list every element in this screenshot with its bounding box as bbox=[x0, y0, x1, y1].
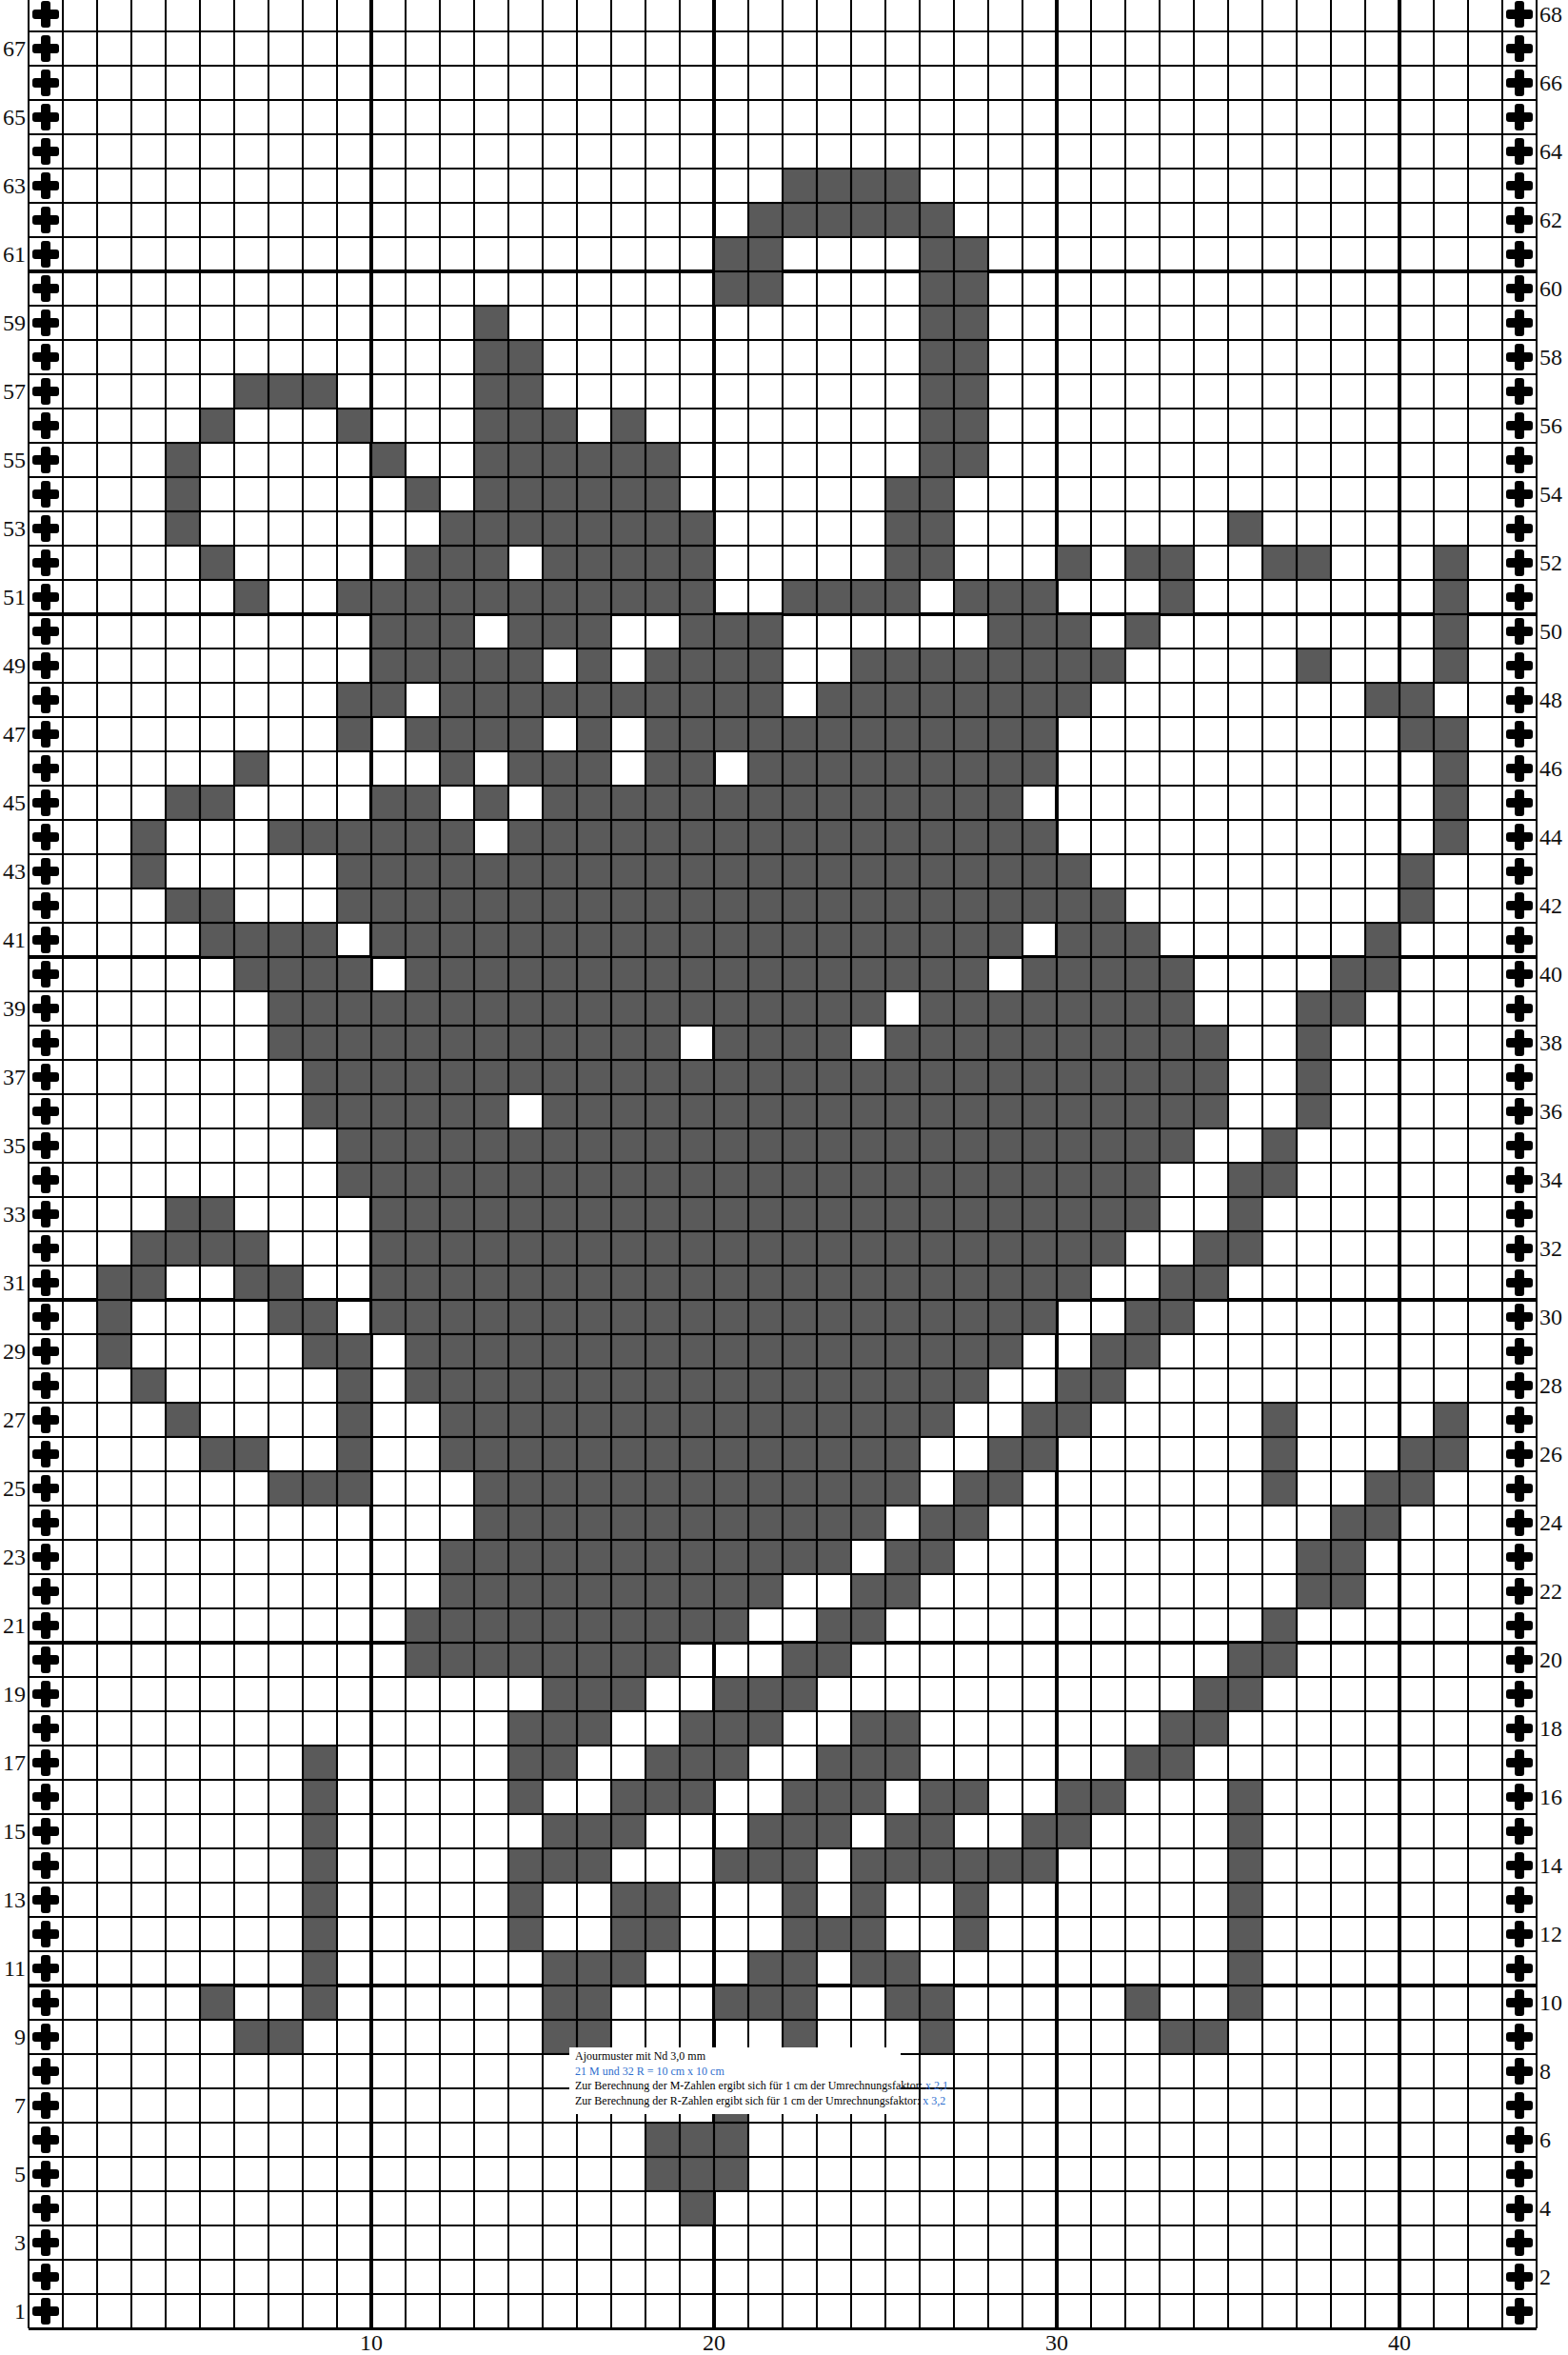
filled-stitch-cell bbox=[1126, 1129, 1159, 1162]
filled-stitch-cell bbox=[509, 1301, 542, 1333]
filled-stitch-cell bbox=[681, 718, 713, 750]
filled-stitch-cell bbox=[578, 512, 610, 545]
filled-stitch-cell bbox=[852, 581, 884, 613]
selvedge-plus-icon bbox=[29, 649, 63, 683]
row-number-left: 37 bbox=[0, 1065, 26, 1089]
filled-stitch-cell bbox=[372, 992, 405, 1025]
selvedge-plus-icon bbox=[29, 1677, 63, 1711]
selvedge-plus-icon bbox=[1502, 1677, 1537, 1711]
filled-stitch-cell bbox=[1023, 889, 1056, 922]
grid-line-h bbox=[29, 442, 1537, 444]
selvedge-plus-icon bbox=[29, 786, 63, 820]
filled-stitch-cell bbox=[441, 1438, 473, 1470]
filled-stitch-cell bbox=[441, 684, 473, 716]
filled-stitch-cell bbox=[886, 958, 919, 990]
filled-stitch-cell bbox=[304, 1301, 336, 1333]
row-number-right: 40 bbox=[1539, 962, 1568, 987]
filled-stitch-cell bbox=[749, 1369, 782, 1402]
filled-stitch-cell bbox=[681, 581, 713, 613]
filled-stitch-cell bbox=[921, 272, 953, 305]
filled-stitch-cell bbox=[749, 1267, 782, 1299]
row-number-right: 32 bbox=[1539, 1236, 1568, 1261]
filled-stitch-cell bbox=[749, 1301, 782, 1333]
selvedge-plus-icon bbox=[1502, 134, 1537, 169]
selvedge-plus-icon bbox=[29, 1711, 63, 1746]
filled-stitch-cell bbox=[167, 512, 199, 545]
selvedge-plus-icon bbox=[29, 751, 63, 786]
filled-stitch-cell bbox=[372, 1232, 405, 1265]
filled-stitch-cell bbox=[167, 478, 199, 510]
filled-stitch-cell bbox=[269, 821, 302, 853]
filled-stitch-cell bbox=[681, 2158, 713, 2190]
filled-stitch-cell bbox=[407, 924, 439, 956]
selvedge-plus-icon bbox=[1502, 169, 1537, 203]
filled-stitch-cell bbox=[852, 787, 884, 819]
filled-stitch-cell bbox=[784, 1541, 816, 1573]
filled-stitch-cell bbox=[167, 787, 199, 819]
selvedge-plus-icon bbox=[1502, 1951, 1537, 1986]
filled-stitch-cell bbox=[646, 718, 679, 750]
filled-stitch-cell bbox=[1092, 958, 1124, 990]
selvedge-plus-icon bbox=[29, 820, 63, 854]
filled-stitch-cell bbox=[509, 478, 542, 510]
filled-stitch-cell bbox=[578, 1849, 610, 1882]
filled-stitch-cell bbox=[1400, 1438, 1433, 1470]
filled-stitch-cell bbox=[886, 1369, 919, 1402]
filled-stitch-cell bbox=[818, 1507, 850, 1539]
filled-stitch-cell bbox=[989, 1198, 1022, 1230]
filled-stitch-cell bbox=[921, 1095, 953, 1128]
filled-stitch-cell bbox=[441, 1335, 473, 1367]
filled-stitch-cell bbox=[749, 1712, 782, 1745]
filled-stitch-cell bbox=[578, 581, 610, 613]
filled-stitch-cell bbox=[681, 1712, 713, 1745]
filled-stitch-cell bbox=[1023, 958, 1056, 990]
filled-stitch-cell bbox=[612, 924, 645, 956]
filled-stitch-cell bbox=[886, 1815, 919, 1847]
filled-stitch-cell bbox=[681, 684, 713, 716]
grid-line-v bbox=[233, 0, 235, 2328]
grid-line-h bbox=[29, 476, 1537, 478]
filled-stitch-cell bbox=[1126, 992, 1159, 1025]
filled-stitch-cell bbox=[955, 341, 987, 373]
filled-stitch-cell bbox=[544, 1507, 576, 1539]
filled-stitch-cell bbox=[886, 684, 919, 716]
row-number-left: 7 bbox=[0, 2093, 26, 2118]
grid-line-h bbox=[29, 785, 1537, 787]
filled-stitch-cell bbox=[235, 581, 268, 613]
filled-stitch-cell bbox=[646, 1335, 679, 1367]
filled-stitch-cell bbox=[646, 1027, 679, 1059]
grid-line-h bbox=[29, 2122, 1537, 2124]
filled-stitch-cell bbox=[715, 1986, 747, 2019]
filled-stitch-cell bbox=[475, 444, 507, 476]
filled-stitch-cell bbox=[989, 1301, 1022, 1333]
filled-stitch-cell bbox=[1058, 924, 1090, 956]
row-number-right: 42 bbox=[1539, 893, 1568, 918]
filled-stitch-cell bbox=[715, 1575, 747, 1607]
filled-stitch-cell bbox=[1058, 855, 1090, 888]
selvedge-plus-icon bbox=[1502, 854, 1537, 888]
selvedge-plus-icon bbox=[29, 1574, 63, 1608]
filled-stitch-cell bbox=[544, 444, 576, 476]
filled-stitch-cell bbox=[612, 1644, 645, 1676]
row-number-right: 28 bbox=[1539, 1373, 1568, 1398]
filled-stitch-cell bbox=[784, 1815, 816, 1847]
filled-stitch-cell bbox=[1058, 615, 1090, 648]
filled-stitch-cell bbox=[681, 1164, 713, 1196]
filled-stitch-cell bbox=[475, 1198, 507, 1230]
row-number-right: 4 bbox=[1539, 2196, 1568, 2221]
filled-stitch-cell bbox=[989, 615, 1022, 648]
filled-stitch-cell bbox=[921, 1986, 953, 2019]
filled-stitch-cell bbox=[509, 1027, 542, 1059]
filled-stitch-cell bbox=[681, 649, 713, 682]
filled-stitch-cell bbox=[475, 1164, 507, 1196]
filled-stitch-cell bbox=[407, 1301, 439, 1333]
row-number-right: 10 bbox=[1539, 1990, 1568, 2015]
selvedge-plus-icon bbox=[1502, 786, 1537, 820]
filled-stitch-cell bbox=[784, 1849, 816, 1882]
selvedge-plus-icon bbox=[1502, 717, 1537, 751]
filled-stitch-cell bbox=[441, 1267, 473, 1299]
filled-stitch-cell bbox=[1092, 1198, 1124, 1230]
filled-stitch-cell bbox=[407, 718, 439, 750]
filled-stitch-cell bbox=[407, 1061, 439, 1093]
filled-stitch-cell bbox=[1229, 1678, 1261, 1710]
filled-stitch-cell bbox=[818, 1027, 850, 1059]
filled-stitch-cell bbox=[784, 787, 816, 819]
filled-stitch-cell bbox=[818, 1129, 850, 1162]
filled-stitch-cell bbox=[1298, 649, 1330, 682]
row-number-right: 52 bbox=[1539, 550, 1568, 575]
grid-line-h bbox=[29, 408, 1537, 409]
filled-stitch-cell bbox=[646, 1164, 679, 1196]
filled-stitch-cell bbox=[201, 1232, 233, 1265]
filled-stitch-cell bbox=[955, 1918, 987, 1950]
filled-stitch-cell bbox=[304, 1781, 336, 1813]
grid-line-h bbox=[29, 2225, 1537, 2226]
filled-stitch-cell bbox=[475, 1232, 507, 1265]
filled-stitch-cell bbox=[509, 512, 542, 545]
filled-stitch-cell bbox=[818, 1541, 850, 1573]
filled-stitch-cell bbox=[1298, 547, 1330, 579]
filled-stitch-cell bbox=[612, 1952, 645, 1985]
filled-stitch-cell bbox=[612, 547, 645, 579]
filled-stitch-cell bbox=[509, 409, 542, 442]
filled-stitch-cell bbox=[509, 1129, 542, 1162]
filled-stitch-cell bbox=[578, 1575, 610, 1607]
filled-stitch-cell bbox=[509, 1335, 542, 1367]
grid-line-h bbox=[29, 168, 1537, 170]
selvedge-plus-icon bbox=[1502, 237, 1537, 271]
grid-line-h bbox=[29, 1916, 1537, 1918]
selvedge-plus-icon bbox=[29, 614, 63, 649]
filled-stitch-cell bbox=[886, 1986, 919, 2019]
filled-stitch-cell bbox=[1092, 1335, 1124, 1367]
filled-stitch-cell bbox=[955, 1369, 987, 1402]
filled-stitch-cell bbox=[1263, 1404, 1296, 1436]
filled-stitch-cell bbox=[544, 1952, 576, 1985]
filled-stitch-cell bbox=[715, 1712, 747, 1745]
filled-stitch-cell bbox=[784, 1232, 816, 1265]
row-number-left: 49 bbox=[0, 653, 26, 678]
filled-stitch-cell bbox=[818, 787, 850, 819]
selvedge-plus-icon bbox=[29, 66, 63, 100]
filled-stitch-cell bbox=[475, 924, 507, 956]
filled-stitch-cell bbox=[784, 1781, 816, 1813]
filled-stitch-cell bbox=[1435, 1438, 1467, 1470]
filled-stitch-cell bbox=[715, 924, 747, 956]
filled-stitch-cell bbox=[784, 1129, 816, 1162]
filled-stitch-cell bbox=[921, 787, 953, 819]
selvedge-plus-icon bbox=[1502, 1094, 1537, 1128]
filled-stitch-cell bbox=[475, 855, 507, 888]
filled-stitch-cell bbox=[544, 1986, 576, 2019]
filled-stitch-cell bbox=[612, 581, 645, 613]
filled-stitch-cell bbox=[681, 2124, 713, 2156]
filled-stitch-cell bbox=[441, 1198, 473, 1230]
selvedge-plus-icon bbox=[29, 0, 63, 31]
filled-stitch-cell bbox=[1058, 1232, 1090, 1265]
filled-stitch-cell bbox=[1023, 1815, 1056, 1847]
filled-stitch-cell bbox=[544, 547, 576, 579]
selvedge-plus-icon bbox=[1502, 374, 1537, 409]
filled-stitch-cell bbox=[1229, 1952, 1261, 1985]
filled-stitch-cell bbox=[475, 992, 507, 1025]
filled-stitch-cell bbox=[372, 1301, 405, 1333]
filled-stitch-cell bbox=[509, 1061, 542, 1093]
selvedge-plus-icon bbox=[1502, 1540, 1537, 1574]
filled-stitch-cell bbox=[269, 2021, 302, 2053]
filled-stitch-cell bbox=[578, 992, 610, 1025]
filled-stitch-cell bbox=[646, 649, 679, 682]
selvedge-plus-icon bbox=[29, 2225, 63, 2260]
filled-stitch-cell bbox=[784, 1095, 816, 1128]
thick-grid-line-h bbox=[29, 1984, 1537, 1987]
selvedge-plus-icon bbox=[29, 717, 63, 751]
grid-line-v bbox=[1159, 0, 1161, 2328]
filled-stitch-cell bbox=[612, 1061, 645, 1093]
selvedge-plus-icon bbox=[29, 888, 63, 923]
filled-stitch-cell bbox=[544, 1575, 576, 1607]
filled-stitch-cell bbox=[818, 1815, 850, 1847]
filled-stitch-cell bbox=[1400, 889, 1433, 922]
row-number-left: 33 bbox=[0, 1202, 26, 1227]
filled-stitch-cell bbox=[955, 649, 987, 682]
row-number-right: 22 bbox=[1539, 1579, 1568, 1604]
filled-stitch-cell bbox=[98, 1301, 130, 1333]
selvedge-plus-icon bbox=[1502, 1128, 1537, 1163]
filled-stitch-cell bbox=[681, 958, 713, 990]
filled-stitch-cell bbox=[475, 1335, 507, 1367]
filled-stitch-cell bbox=[955, 1884, 987, 1916]
filled-stitch-cell bbox=[509, 924, 542, 956]
filled-stitch-cell bbox=[509, 1541, 542, 1573]
filled-stitch-cell bbox=[852, 1335, 884, 1367]
selvedge-plus-icon bbox=[29, 1951, 63, 1986]
filled-stitch-cell bbox=[304, 992, 336, 1025]
filled-stitch-cell bbox=[235, 1267, 268, 1299]
filled-stitch-cell bbox=[646, 1404, 679, 1436]
filled-stitch-cell bbox=[509, 1472, 542, 1505]
filled-stitch-cell bbox=[201, 409, 233, 442]
selvedge-plus-icon bbox=[29, 443, 63, 477]
filled-stitch-cell bbox=[304, 1884, 336, 1916]
filled-stitch-cell bbox=[475, 1369, 507, 1402]
filled-stitch-cell bbox=[612, 1541, 645, 1573]
filled-stitch-cell bbox=[715, 1061, 747, 1093]
filled-stitch-cell bbox=[441, 1027, 473, 1059]
filled-stitch-cell bbox=[921, 512, 953, 545]
filled-stitch-cell bbox=[921, 1301, 953, 1333]
filled-stitch-cell bbox=[269, 1267, 302, 1299]
selvedge-plus-icon bbox=[1502, 1300, 1537, 1334]
selvedge-plus-icon bbox=[1502, 511, 1537, 546]
selvedge-plus-icon bbox=[29, 1163, 63, 1197]
filled-stitch-cell bbox=[749, 684, 782, 716]
filled-stitch-cell bbox=[646, 1609, 679, 1642]
filled-stitch-cell bbox=[1161, 1712, 1193, 1745]
filled-stitch-cell bbox=[921, 821, 953, 853]
filled-stitch-cell bbox=[578, 1438, 610, 1470]
filled-stitch-cell bbox=[1366, 1472, 1399, 1505]
filled-stitch-cell bbox=[749, 1404, 782, 1436]
filled-stitch-cell bbox=[955, 1198, 987, 1230]
filled-stitch-cell bbox=[407, 1369, 439, 1402]
filled-stitch-cell bbox=[407, 1129, 439, 1162]
filled-stitch-cell bbox=[1023, 581, 1056, 613]
filled-stitch-cell bbox=[749, 1541, 782, 1573]
filled-stitch-cell bbox=[475, 1438, 507, 1470]
filled-stitch-cell bbox=[784, 1404, 816, 1436]
filled-stitch-cell bbox=[715, 855, 747, 888]
filled-stitch-cell bbox=[886, 1712, 919, 1745]
filled-stitch-cell bbox=[955, 1781, 987, 1813]
selvedge-plus-icon bbox=[1502, 2260, 1537, 2294]
filled-stitch-cell bbox=[1058, 992, 1090, 1025]
filled-stitch-cell bbox=[407, 1095, 439, 1128]
filled-stitch-cell bbox=[338, 1164, 370, 1196]
filled-stitch-cell bbox=[612, 1438, 645, 1470]
filled-stitch-cell bbox=[749, 1438, 782, 1470]
filled-stitch-cell bbox=[544, 684, 576, 716]
filled-stitch-cell bbox=[269, 1301, 302, 1333]
selvedge-plus-icon bbox=[29, 31, 63, 66]
selvedge-plus-icon bbox=[1502, 2294, 1537, 2328]
selvedge-plus-icon bbox=[1502, 1848, 1537, 1883]
filled-stitch-cell bbox=[749, 1849, 782, 1882]
filled-stitch-cell bbox=[989, 1061, 1022, 1093]
grid-line-h bbox=[29, 1196, 1537, 1198]
grid-line-v bbox=[1296, 0, 1298, 2328]
filled-stitch-cell bbox=[749, 1472, 782, 1505]
filled-stitch-cell bbox=[646, 512, 679, 545]
filled-stitch-cell bbox=[852, 1712, 884, 1745]
filled-stitch-cell bbox=[1229, 1918, 1261, 1950]
filled-stitch-cell bbox=[304, 1952, 336, 1985]
filled-stitch-cell bbox=[784, 1164, 816, 1196]
filled-stitch-cell bbox=[818, 1369, 850, 1402]
grid-line-h bbox=[29, 1847, 1537, 1849]
filled-stitch-cell bbox=[955, 1095, 987, 1128]
filled-stitch-cell bbox=[852, 1267, 884, 1299]
filled-stitch-cell bbox=[818, 204, 850, 236]
selvedge-plus-icon bbox=[1502, 1334, 1537, 1368]
filled-stitch-cell bbox=[509, 889, 542, 922]
filled-stitch-cell bbox=[235, 1232, 268, 1265]
row-number-left: 31 bbox=[0, 1270, 26, 1295]
filled-stitch-cell bbox=[921, 1335, 953, 1367]
filled-stitch-cell bbox=[646, 1746, 679, 1779]
filled-stitch-cell bbox=[544, 1849, 576, 1882]
filled-stitch-cell bbox=[989, 581, 1022, 613]
filled-stitch-cell bbox=[578, 718, 610, 750]
annotation-line-1: Ajourmuster mit Nd 3,0 mm bbox=[575, 2049, 901, 2065]
filled-stitch-cell bbox=[544, 1232, 576, 1265]
filled-stitch-cell bbox=[372, 1095, 405, 1128]
filled-stitch-cell bbox=[544, 1267, 576, 1299]
filled-stitch-cell bbox=[1126, 1301, 1159, 1333]
filled-stitch-cell bbox=[544, 615, 576, 648]
filled-stitch-cell bbox=[818, 1644, 850, 1676]
row-number-right: 2 bbox=[1539, 2265, 1568, 2289]
filled-stitch-cell bbox=[749, 1129, 782, 1162]
filled-stitch-cell bbox=[1092, 1164, 1124, 1196]
filled-stitch-cell bbox=[1126, 615, 1159, 648]
row-number-right: 18 bbox=[1539, 1716, 1568, 1741]
filled-stitch-cell bbox=[955, 1335, 987, 1367]
selvedge-plus-icon bbox=[29, 1094, 63, 1128]
selvedge-plus-icon bbox=[29, 1471, 63, 1506]
filled-stitch-cell bbox=[1058, 1404, 1090, 1436]
grid-line-v bbox=[1193, 0, 1195, 2328]
selvedge-plus-icon bbox=[1502, 477, 1537, 511]
filled-stitch-cell bbox=[1229, 1644, 1261, 1676]
filled-stitch-cell bbox=[1195, 2021, 1227, 2053]
filled-stitch-cell bbox=[578, 1061, 610, 1093]
filled-stitch-cell bbox=[715, 1746, 747, 1779]
filled-stitch-cell bbox=[338, 409, 370, 442]
filled-stitch-cell bbox=[715, 1541, 747, 1573]
selvedge-plus-icon bbox=[1502, 888, 1537, 923]
row-number-left: 23 bbox=[0, 1545, 26, 1569]
filled-stitch-cell bbox=[235, 1438, 268, 1470]
filled-stitch-cell bbox=[955, 718, 987, 750]
filled-stitch-cell bbox=[989, 684, 1022, 716]
filled-stitch-cell bbox=[784, 1952, 816, 1985]
filled-stitch-cell bbox=[407, 787, 439, 819]
filled-stitch-cell bbox=[1298, 1575, 1330, 1607]
filled-stitch-cell bbox=[852, 821, 884, 853]
filled-stitch-cell bbox=[407, 889, 439, 922]
filled-stitch-cell bbox=[509, 718, 542, 750]
filled-stitch-cell bbox=[1161, 1267, 1193, 1299]
grid-line-h bbox=[29, 1162, 1537, 1164]
grid-line-h bbox=[29, 1813, 1537, 1815]
filled-stitch-cell bbox=[921, 1267, 953, 1299]
filled-stitch-cell bbox=[475, 1507, 507, 1539]
filled-stitch-cell bbox=[784, 752, 816, 785]
filled-stitch-cell bbox=[1229, 1232, 1261, 1265]
selvedge-plus-icon bbox=[29, 477, 63, 511]
filled-stitch-cell bbox=[372, 1267, 405, 1299]
filled-stitch-cell bbox=[509, 1575, 542, 1607]
selvedge-plus-icon bbox=[29, 2294, 63, 2328]
filled-stitch-cell bbox=[407, 581, 439, 613]
filled-stitch-cell bbox=[544, 1198, 576, 1230]
filled-stitch-cell bbox=[715, 1404, 747, 1436]
